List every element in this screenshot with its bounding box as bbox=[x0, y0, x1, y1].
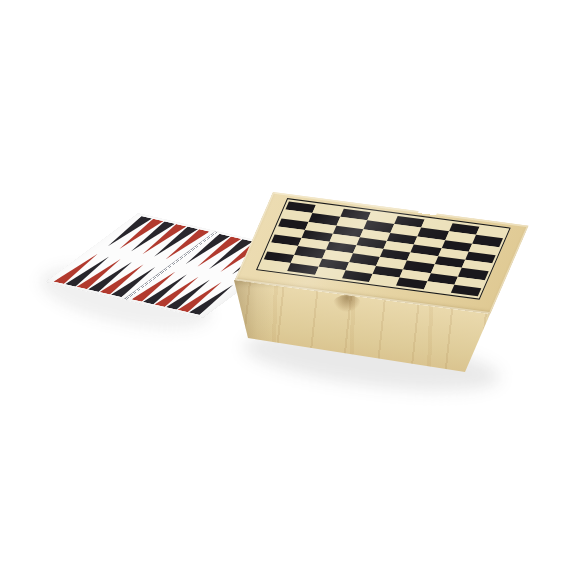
finger-groove bbox=[333, 295, 361, 312]
checkerboard-frame bbox=[256, 198, 511, 300]
checkerboard bbox=[260, 202, 506, 297]
product-photo-scene bbox=[0, 0, 570, 570]
